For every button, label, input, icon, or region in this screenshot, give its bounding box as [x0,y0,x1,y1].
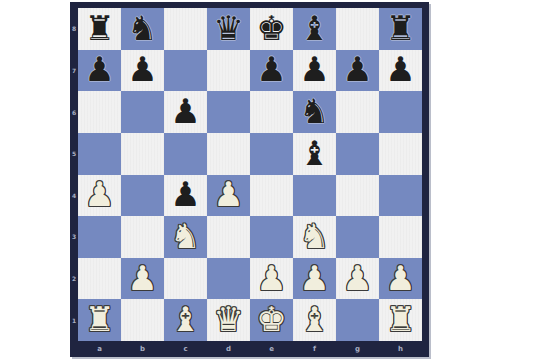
file-label-a: a [78,341,121,357]
white-rook-a1[interactable]: ♜ [84,302,114,336]
square-d4[interactable]: ♟ [207,175,250,217]
white-pawn-g2[interactable]: ♟ [342,261,372,295]
rank-label-2: 2 [70,258,78,300]
square-h7[interactable]: ♟ [379,50,422,92]
black-pawn-a7[interactable]: ♟ [84,52,114,86]
square-e4[interactable] [250,175,293,217]
black-knight-f6[interactable]: ♞ [299,94,329,128]
file-label-e: e [250,341,293,357]
square-e5[interactable] [250,133,293,175]
square-f8[interactable]: ♝ [293,8,336,50]
square-b5[interactable] [121,133,164,175]
square-c3[interactable]: ♞ [164,216,207,258]
square-c7[interactable] [164,50,207,92]
white-pawn-a4[interactable]: ♟ [84,177,114,211]
square-g2[interactable]: ♟ [336,258,379,300]
square-g1[interactable] [336,299,379,341]
square-d1[interactable]: ♛ [207,299,250,341]
square-b7[interactable]: ♟ [121,50,164,92]
square-g5[interactable] [336,133,379,175]
square-a7[interactable]: ♟ [78,50,121,92]
square-f7[interactable]: ♟ [293,50,336,92]
file-label-b: b [121,341,164,357]
rank-label-3: 3 [70,216,78,258]
white-pawn-d4[interactable]: ♟ [213,177,243,211]
file-label-g: g [336,341,379,357]
square-a3[interactable] [78,216,121,258]
black-bishop-f8[interactable]: ♝ [299,11,329,45]
square-h4[interactable] [379,175,422,217]
file-label-d: d [207,341,250,357]
white-king-e1[interactable]: ♚ [256,302,286,336]
black-pawn-b7[interactable]: ♟ [127,52,157,86]
square-c6[interactable]: ♟ [164,91,207,133]
square-d5[interactable] [207,133,250,175]
square-e7[interactable]: ♟ [250,50,293,92]
square-d2[interactable] [207,258,250,300]
black-pawn-c4[interactable]: ♟ [170,177,200,211]
square-e8[interactable]: ♚ [250,8,293,50]
square-a2[interactable] [78,258,121,300]
white-knight-f3[interactable]: ♞ [299,219,329,253]
white-knight-c3[interactable]: ♞ [170,219,200,253]
black-rook-a8[interactable]: ♜ [84,11,114,45]
square-e2[interactable]: ♟ [250,258,293,300]
square-a5[interactable] [78,133,121,175]
square-h1[interactable]: ♜ [379,299,422,341]
square-b2[interactable]: ♟ [121,258,164,300]
square-c8[interactable] [164,8,207,50]
file-label-f: f [293,341,336,357]
page-background: 87654321 ♜♞♛♚♝♜♟♟♟♟♟♟♟♞♝♟♟♟♞♞♟♟♟♟♟♜♝♛♚♝♜… [0,0,540,360]
white-pawn-h2[interactable]: ♟ [385,261,415,295]
rank-labels: 87654321 [70,8,78,341]
black-pawn-g7[interactable]: ♟ [342,52,372,86]
square-d6[interactable] [207,91,250,133]
rank-label-4: 4 [70,175,78,217]
square-f6[interactable]: ♞ [293,91,336,133]
white-pawn-f2[interactable]: ♟ [299,261,329,295]
square-e3[interactable] [250,216,293,258]
square-h2[interactable]: ♟ [379,258,422,300]
square-a1[interactable]: ♜ [78,299,121,341]
white-pawn-e2[interactable]: ♟ [256,261,286,295]
black-bishop-f5[interactable]: ♝ [299,136,329,170]
file-label-h: h [379,341,422,357]
square-c5[interactable] [164,133,207,175]
chess-board-frame: 87654321 ♜♞♛♚♝♜♟♟♟♟♟♟♟♞♝♟♟♟♞♞♟♟♟♟♟♜♝♛♚♝♜… [70,2,429,357]
square-g6[interactable] [336,91,379,133]
square-g3[interactable] [336,216,379,258]
black-pawn-c6[interactable]: ♟ [170,94,200,128]
white-queen-d1[interactable]: ♛ [213,302,243,336]
square-e1[interactable]: ♚ [250,299,293,341]
square-c2[interactable] [164,258,207,300]
square-g4[interactable] [336,175,379,217]
square-h5[interactable] [379,133,422,175]
square-h8[interactable]: ♜ [379,8,422,50]
rank-label-7: 7 [70,50,78,92]
square-g7[interactable]: ♟ [336,50,379,92]
square-a8[interactable]: ♜ [78,8,121,50]
square-a6[interactable] [78,91,121,133]
black-queen-d8[interactable]: ♛ [213,11,243,45]
file-label-c: c [164,341,207,357]
square-f3[interactable]: ♞ [293,216,336,258]
white-pawn-b2[interactable]: ♟ [127,261,157,295]
file-labels: abcdefgh [78,341,422,357]
square-f2[interactable]: ♟ [293,258,336,300]
square-g8[interactable] [336,8,379,50]
square-b4[interactable] [121,175,164,217]
black-knight-b8[interactable]: ♞ [127,11,157,45]
square-a4[interactable]: ♟ [78,175,121,217]
square-c4[interactable]: ♟ [164,175,207,217]
square-b6[interactable] [121,91,164,133]
rank-label-8: 8 [70,8,78,50]
square-f5[interactable]: ♝ [293,133,336,175]
black-pawn-e7[interactable]: ♟ [256,52,286,86]
white-bishop-c1[interactable]: ♝ [170,302,200,336]
square-f1[interactable]: ♝ [293,299,336,341]
square-d8[interactable]: ♛ [207,8,250,50]
black-pawn-h7[interactable]: ♟ [385,52,415,86]
square-f4[interactable] [293,175,336,217]
square-d3[interactable] [207,216,250,258]
black-rook-h8[interactable]: ♜ [385,11,415,45]
black-king-e8[interactable]: ♚ [256,11,286,45]
square-b1[interactable] [121,299,164,341]
rank-label-1: 1 [70,299,78,341]
white-bishop-f1[interactable]: ♝ [299,302,329,336]
chess-board[interactable]: ♜♞♛♚♝♜♟♟♟♟♟♟♟♞♝♟♟♟♞♞♟♟♟♟♟♜♝♛♚♝♜ [78,8,422,341]
square-b3[interactable] [121,216,164,258]
square-d7[interactable] [207,50,250,92]
black-pawn-f7[interactable]: ♟ [299,52,329,86]
white-rook-h1[interactable]: ♜ [385,302,415,336]
square-b8[interactable]: ♞ [121,8,164,50]
rank-label-6: 6 [70,91,78,133]
square-e6[interactable] [250,91,293,133]
rank-label-5: 5 [70,133,78,175]
square-h3[interactable] [379,216,422,258]
square-h6[interactable] [379,91,422,133]
square-c1[interactable]: ♝ [164,299,207,341]
